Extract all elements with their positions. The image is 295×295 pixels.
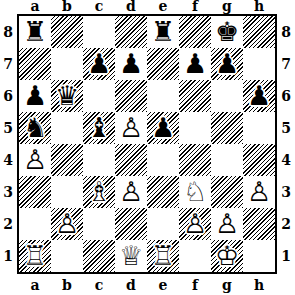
square-d6[interactable] <box>115 80 147 112</box>
white-pawn-fill-d5: ♟ <box>115 112 147 144</box>
rank-label-right-3: 3 <box>278 176 294 208</box>
square-b2[interactable]: ♟♙ <box>51 208 83 240</box>
white-pawn-fill-g2: ♟ <box>211 208 243 240</box>
white-pawn-fill-f2: ♟ <box>179 208 211 240</box>
rank-label-left-5: 5 <box>0 112 16 144</box>
white-rook-a1: ♖ <box>19 240 51 272</box>
file-label-top-c: c <box>83 0 115 14</box>
file-label-bottom-a: a <box>19 276 51 295</box>
square-a8[interactable]: ♜ <box>19 16 51 48</box>
square-a7[interactable] <box>19 48 51 80</box>
black-rook-e8: ♜ <box>147 16 179 48</box>
file-labels-top: abcdefgh <box>19 0 275 14</box>
white-rook-fill-e1: ♜ <box>147 240 179 272</box>
black-queen-b6: ♛ <box>51 80 83 112</box>
white-pawn-fill-a4: ♟ <box>19 144 51 176</box>
file-label-top-g: g <box>211 0 243 14</box>
square-c6[interactable] <box>83 80 115 112</box>
white-knight-fill-f3: ♞ <box>179 176 211 208</box>
rank-label-right-7: 7 <box>278 48 294 80</box>
square-d1[interactable]: ♛♕ <box>115 240 147 272</box>
square-d3[interactable]: ♟♙ <box>115 176 147 208</box>
square-d7[interactable]: ♟ <box>115 48 147 80</box>
white-knight-f3: ♘ <box>179 176 211 208</box>
square-c4[interactable] <box>83 144 115 176</box>
white-pawn-h3: ♙ <box>243 176 275 208</box>
square-e6[interactable] <box>147 80 179 112</box>
square-g1[interactable]: ♚♔ <box>211 240 243 272</box>
white-rook-e1: ♖ <box>147 240 179 272</box>
square-h6[interactable]: ♟ <box>243 80 275 112</box>
square-f6[interactable] <box>179 80 211 112</box>
black-rook-a8: ♜ <box>19 16 51 48</box>
square-c5[interactable]: ♝ <box>83 112 115 144</box>
file-label-bottom-h: h <box>243 276 275 295</box>
square-f5[interactable] <box>179 112 211 144</box>
rank-label-left-1: 1 <box>0 240 16 272</box>
square-d5[interactable]: ♟♙ <box>115 112 147 144</box>
rank-label-right-2: 2 <box>278 208 294 240</box>
square-h2[interactable] <box>243 208 275 240</box>
white-pawn-fill-h3: ♟ <box>243 176 275 208</box>
file-label-bottom-g: g <box>211 276 243 295</box>
rank-label-left-6: 6 <box>0 80 16 112</box>
square-c2[interactable] <box>83 208 115 240</box>
square-d8[interactable] <box>115 16 147 48</box>
square-e8[interactable]: ♜ <box>147 16 179 48</box>
square-e2[interactable] <box>147 208 179 240</box>
black-bishop-c5: ♝ <box>83 112 115 144</box>
square-g5[interactable] <box>211 112 243 144</box>
square-g2[interactable]: ♟♙ <box>211 208 243 240</box>
file-label-top-h: h <box>243 0 275 14</box>
square-c1[interactable] <box>83 240 115 272</box>
white-pawn-f2: ♙ <box>179 208 211 240</box>
square-c7[interactable]: ♟ <box>83 48 115 80</box>
square-h3[interactable]: ♟♙ <box>243 176 275 208</box>
chess-diagram: abcdefgh abcdefgh 87654321 87654321 ♜♜♚♟… <box>0 0 295 295</box>
square-a4[interactable]: ♟♙ <box>19 144 51 176</box>
square-b1[interactable] <box>51 240 83 272</box>
square-b7[interactable] <box>51 48 83 80</box>
white-rook-fill-a1: ♜ <box>19 240 51 272</box>
black-pawn-f7: ♟ <box>179 48 211 80</box>
black-pawn-g7: ♟ <box>211 48 243 80</box>
rank-label-left-8: 8 <box>0 16 16 48</box>
rank-label-right-5: 5 <box>278 112 294 144</box>
square-f8[interactable] <box>179 16 211 48</box>
white-pawn-fill-d3: ♟ <box>115 176 147 208</box>
file-label-bottom-e: e <box>147 276 179 295</box>
file-label-bottom-f: f <box>179 276 211 295</box>
square-d2[interactable] <box>115 208 147 240</box>
rank-labels-left: 87654321 <box>0 16 16 272</box>
white-pawn-a4: ♙ <box>19 144 51 176</box>
square-b5[interactable] <box>51 112 83 144</box>
file-label-top-a: a <box>19 0 51 14</box>
square-b8[interactable] <box>51 16 83 48</box>
file-label-bottom-d: d <box>115 276 147 295</box>
square-b3[interactable] <box>51 176 83 208</box>
white-queen-fill-d1: ♛ <box>115 240 147 272</box>
black-pawn-e5: ♟ <box>147 112 179 144</box>
square-d4[interactable] <box>115 144 147 176</box>
file-label-top-b: b <box>51 0 83 14</box>
rank-label-right-8: 8 <box>278 16 294 48</box>
file-labels-bottom: abcdefgh <box>19 276 275 295</box>
square-g4[interactable] <box>211 144 243 176</box>
rank-label-left-2: 2 <box>0 208 16 240</box>
square-h8[interactable] <box>243 16 275 48</box>
square-e7[interactable] <box>147 48 179 80</box>
white-pawn-g2: ♙ <box>211 208 243 240</box>
white-pawn-b2: ♙ <box>51 208 83 240</box>
white-king-fill-g1: ♚ <box>211 240 243 272</box>
file-label-bottom-c: c <box>83 276 115 295</box>
rank-label-left-4: 4 <box>0 144 16 176</box>
square-h5[interactable] <box>243 112 275 144</box>
square-b4[interactable] <box>51 144 83 176</box>
white-pawn-d3: ♙ <box>115 176 147 208</box>
file-label-top-d: d <box>115 0 147 14</box>
square-c8[interactable] <box>83 16 115 48</box>
square-a3[interactable] <box>19 176 51 208</box>
white-pawn-fill-b2: ♟ <box>51 208 83 240</box>
square-e4[interactable] <box>147 144 179 176</box>
square-a6[interactable]: ♟ <box>19 80 51 112</box>
file-label-top-f: f <box>179 0 211 14</box>
file-label-top-e: e <box>147 0 179 14</box>
rank-label-left-7: 7 <box>0 48 16 80</box>
rank-label-left-3: 3 <box>0 176 16 208</box>
rank-label-right-6: 6 <box>278 80 294 112</box>
square-g3[interactable] <box>211 176 243 208</box>
white-bishop-c3: ♗ <box>83 176 115 208</box>
chess-board: ♜♜♚♟♟♟♟♟♛♟♞♝♟♙♟♟♙♝♗♟♙♞♘♟♙♟♙♟♙♟♙♜♖♛♕♜♖♚♔ <box>17 14 277 274</box>
black-pawn-c7: ♟ <box>83 48 115 80</box>
square-h4[interactable] <box>243 144 275 176</box>
square-f4[interactable] <box>179 144 211 176</box>
white-pawn-d5: ♙ <box>115 112 147 144</box>
square-g7[interactable]: ♟ <box>211 48 243 80</box>
square-h7[interactable] <box>243 48 275 80</box>
square-f7[interactable]: ♟ <box>179 48 211 80</box>
square-e3[interactable] <box>147 176 179 208</box>
square-f3[interactable]: ♞♘ <box>179 176 211 208</box>
square-a1[interactable]: ♜♖ <box>19 240 51 272</box>
square-f2[interactable]: ♟♙ <box>179 208 211 240</box>
square-g8[interactable]: ♚ <box>211 16 243 48</box>
white-queen-d1: ♕ <box>115 240 147 272</box>
rank-label-right-4: 4 <box>278 144 294 176</box>
square-f1[interactable] <box>179 240 211 272</box>
white-bishop-fill-c3: ♝ <box>83 176 115 208</box>
square-a2[interactable] <box>19 208 51 240</box>
square-a5[interactable]: ♞ <box>19 112 51 144</box>
black-king-g8: ♚ <box>211 16 243 48</box>
square-g6[interactable] <box>211 80 243 112</box>
rank-label-right-1: 1 <box>278 240 294 272</box>
rank-labels-right: 87654321 <box>278 16 294 272</box>
square-e5[interactable]: ♟ <box>147 112 179 144</box>
white-king-g1: ♔ <box>211 240 243 272</box>
square-c3[interactable]: ♝♗ <box>83 176 115 208</box>
square-e1[interactable]: ♜♖ <box>147 240 179 272</box>
black-pawn-d7: ♟ <box>115 48 147 80</box>
black-pawn-a6: ♟ <box>19 80 51 112</box>
file-label-bottom-b: b <box>51 276 83 295</box>
black-knight-a5: ♞ <box>19 112 51 144</box>
square-h1[interactable] <box>243 240 275 272</box>
black-pawn-h6: ♟ <box>243 80 275 112</box>
square-b6[interactable]: ♛ <box>51 80 83 112</box>
